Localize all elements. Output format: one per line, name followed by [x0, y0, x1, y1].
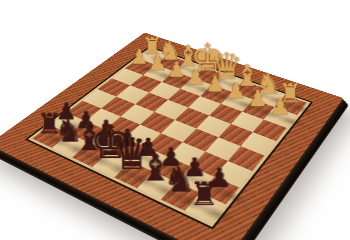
square-a4[interactable]: [241, 132, 276, 155]
product-photo-scene: ♜♞♟♝♟♚♟♛♟♝♟♞♟♟♜♟♟♜♟♟♞♟♝♟♚♟♛♟♝♟♞♜: [0, 0, 350, 190]
black-rook-a8[interactable]: ♜: [178, 152, 231, 190]
